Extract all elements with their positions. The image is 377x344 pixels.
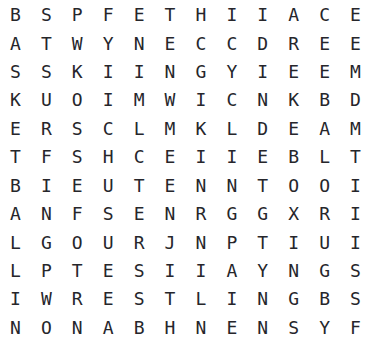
grid-cell[interactable]: G	[278, 285, 309, 313]
grid-cell[interactable]: B	[278, 143, 309, 171]
grid-cell[interactable]: E	[62, 171, 93, 199]
grid-cell[interactable]: I	[185, 257, 216, 285]
grid-cell[interactable]: E	[247, 143, 278, 171]
grid-cell[interactable]: M	[155, 115, 186, 143]
grid-cell[interactable]: B	[0, 171, 31, 199]
grid-cell[interactable]: I	[93, 58, 124, 86]
grid-cell[interactable]: E	[340, 29, 371, 57]
grid-cell[interactable]: T	[0, 143, 31, 171]
grid-cell[interactable]: T	[247, 228, 278, 256]
grid-cell[interactable]: R	[185, 200, 216, 228]
grid-cell[interactable]: T	[247, 171, 278, 199]
grid-cell[interactable]: E	[93, 285, 124, 313]
grid-cell[interactable]: E	[278, 115, 309, 143]
grid-cell[interactable]: O	[278, 171, 309, 199]
grid-cell[interactable]: K	[278, 86, 309, 114]
grid-cell[interactable]: I	[340, 200, 371, 228]
grid-cell[interactable]: L	[0, 228, 31, 256]
grid-cell[interactable]: S	[31, 1, 62, 29]
grid-cell[interactable]: B	[124, 314, 155, 342]
grid-cell[interactable]: R	[278, 29, 309, 57]
grid-cell[interactable]: E	[93, 257, 124, 285]
grid-cell[interactable]: E	[124, 1, 155, 29]
grid-cell[interactable]: P	[31, 257, 62, 285]
grid-cell[interactable]: N	[216, 171, 247, 199]
grid-cell[interactable]: I	[185, 143, 216, 171]
grid-cell[interactable]: N	[247, 285, 278, 313]
grid-cell[interactable]: N	[185, 314, 216, 342]
grid-cell[interactable]: H	[185, 1, 216, 29]
grid-cell[interactable]: H	[155, 314, 186, 342]
grid-cell[interactable]: F	[340, 314, 371, 342]
grid-cell[interactable]: A	[216, 257, 247, 285]
grid-cell[interactable]: A	[309, 115, 340, 143]
grid-cell[interactable]: E	[309, 58, 340, 86]
grid-cell[interactable]: S	[93, 200, 124, 228]
grid-cell[interactable]: E	[0, 115, 31, 143]
grid-cell[interactable]: F	[31, 143, 62, 171]
grid-cell[interactable]: L	[124, 115, 155, 143]
grid-cell[interactable]: N	[247, 86, 278, 114]
grid-cell[interactable]: I	[93, 86, 124, 114]
grid-cell[interactable]: I	[31, 171, 62, 199]
grid-cell[interactable]: R	[31, 115, 62, 143]
grid-cell[interactable]: U	[31, 86, 62, 114]
grid-cell[interactable]: C	[124, 143, 155, 171]
grid-cell[interactable]: I	[0, 285, 31, 313]
grid-cell[interactable]: I	[247, 1, 278, 29]
grid-cell[interactable]: N	[185, 171, 216, 199]
grid-cell[interactable]: O	[62, 86, 93, 114]
grid-cell[interactable]: I	[340, 171, 371, 199]
grid-cell[interactable]: S	[62, 115, 93, 143]
grid-cell[interactable]: G	[185, 58, 216, 86]
grid-cell[interactable]: S	[124, 285, 155, 313]
grid-cell[interactable]: F	[62, 200, 93, 228]
grid-cell[interactable]: B	[309, 86, 340, 114]
grid-cell[interactable]: R	[62, 285, 93, 313]
grid-cell[interactable]: N	[185, 228, 216, 256]
grid-cell[interactable]: B	[0, 1, 31, 29]
grid-cell[interactable]: I	[124, 58, 155, 86]
grid-cell[interactable]: U	[309, 228, 340, 256]
grid-cell[interactable]: M	[340, 58, 371, 86]
grid-cell[interactable]: T	[31, 29, 62, 57]
grid-cell[interactable]: T	[124, 171, 155, 199]
grid-cell[interactable]: T	[62, 257, 93, 285]
grid-cell[interactable]: I	[216, 285, 247, 313]
grid-cell[interactable]: X	[278, 200, 309, 228]
grid-cell[interactable]: P	[216, 228, 247, 256]
grid-cell[interactable]: E	[309, 29, 340, 57]
grid-cell[interactable]: I	[155, 257, 186, 285]
grid-cell[interactable]: D	[247, 115, 278, 143]
grid-cell[interactable]: C	[93, 115, 124, 143]
grid-cell[interactable]: S	[278, 314, 309, 342]
grid-cell[interactable]: D	[340, 86, 371, 114]
grid-cell[interactable]: I	[216, 143, 247, 171]
grid-cell[interactable]: Y	[309, 314, 340, 342]
grid-cell[interactable]: I	[278, 228, 309, 256]
grid-cell[interactable]: N	[247, 314, 278, 342]
grid-cell[interactable]: W	[155, 86, 186, 114]
grid-cell[interactable]: G	[216, 200, 247, 228]
grid-cell[interactable]: U	[93, 171, 124, 199]
grid-cell[interactable]: H	[93, 143, 124, 171]
grid-cell[interactable]: M	[340, 115, 371, 143]
grid-cell[interactable]: N	[124, 29, 155, 57]
grid-cell[interactable]: R	[124, 228, 155, 256]
grid-cell[interactable]: S	[62, 143, 93, 171]
grid-cell[interactable]: E	[124, 200, 155, 228]
grid-cell[interactable]: I	[185, 86, 216, 114]
grid-cell[interactable]: C	[216, 29, 247, 57]
grid-cell[interactable]: O	[31, 314, 62, 342]
grid-cell[interactable]: O	[62, 228, 93, 256]
grid-cell[interactable]: J	[155, 228, 186, 256]
grid-cell[interactable]: Y	[216, 58, 247, 86]
grid-cell[interactable]: K	[185, 115, 216, 143]
grid-cell[interactable]: K	[0, 86, 31, 114]
grid-cell[interactable]: G	[247, 200, 278, 228]
grid-cell[interactable]: I	[216, 1, 247, 29]
grid-cell[interactable]: P	[62, 1, 93, 29]
grid-cell[interactable]: E	[278, 58, 309, 86]
grid-cell[interactable]: I	[340, 228, 371, 256]
grid-cell[interactable]: A	[0, 29, 31, 57]
grid-cell[interactable]: S	[340, 285, 371, 313]
grid-cell[interactable]: E	[155, 29, 186, 57]
grid-cell[interactable]: S	[340, 257, 371, 285]
grid-cell[interactable]: D	[247, 29, 278, 57]
grid-cell[interactable]: E	[340, 1, 371, 29]
grid-cell[interactable]: C	[309, 1, 340, 29]
grid-cell[interactable]: N	[62, 314, 93, 342]
grid-cell[interactable]: N	[155, 58, 186, 86]
grid-cell[interactable]: T	[340, 143, 371, 171]
grid-cell[interactable]: N	[31, 200, 62, 228]
grid-cell[interactable]: A	[0, 200, 31, 228]
grid-cell[interactable]: W	[62, 29, 93, 57]
grid-cell[interactable]: C	[185, 29, 216, 57]
grid-cell[interactable]: E	[216, 314, 247, 342]
grid-cell[interactable]: S	[31, 58, 62, 86]
grid-cell[interactable]: I	[247, 58, 278, 86]
grid-cell[interactable]: F	[93, 1, 124, 29]
grid-cell[interactable]: K	[62, 58, 93, 86]
grid-cell[interactable]: S	[124, 257, 155, 285]
grid-cell[interactable]: R	[309, 200, 340, 228]
grid-cell[interactable]: T	[155, 1, 186, 29]
grid-cell[interactable]: S	[0, 58, 31, 86]
grid-cell[interactable]: E	[155, 143, 186, 171]
grid-cell[interactable]: N	[0, 314, 31, 342]
word-search-board: BSPFETHIIACEATWYNECCDREESSKIINGYIEEMKUOI…	[0, 1, 371, 342]
grid-cell[interactable]: G	[31, 228, 62, 256]
grid-cell[interactable]: A	[93, 314, 124, 342]
grid-cell[interactable]: W	[31, 285, 62, 313]
grid-cell[interactable]: C	[216, 86, 247, 114]
grid-cell[interactable]: A	[278, 1, 309, 29]
grid-cell[interactable]: Y	[247, 257, 278, 285]
grid-cell[interactable]: L	[185, 285, 216, 313]
grid-cell[interactable]: B	[309, 285, 340, 313]
grid-cell[interactable]: T	[155, 285, 186, 313]
grid-cell[interactable]: N	[155, 200, 186, 228]
grid-cell[interactable]: O	[309, 171, 340, 199]
grid-cell[interactable]: L	[0, 257, 31, 285]
grid-cell[interactable]: N	[278, 257, 309, 285]
grid-cell[interactable]: M	[124, 86, 155, 114]
grid-cell[interactable]: G	[309, 257, 340, 285]
grid-cell[interactable]: L	[309, 143, 340, 171]
grid-cell[interactable]: L	[216, 115, 247, 143]
grid-cell[interactable]: U	[93, 228, 124, 256]
grid-cell[interactable]: E	[155, 171, 186, 199]
grid-cell[interactable]: Y	[93, 29, 124, 57]
